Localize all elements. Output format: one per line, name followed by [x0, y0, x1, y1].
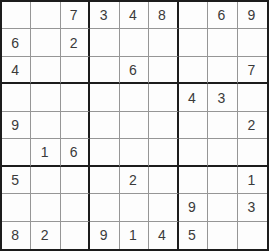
sudoku-cell[interactable]: 6: [208, 2, 237, 29]
sudoku-cell[interactable]: [208, 57, 237, 84]
given-digit: 4: [188, 91, 196, 105]
sudoku-cell[interactable]: 6: [120, 57, 149, 84]
given-digit: 1: [41, 145, 49, 159]
sudoku-cell[interactable]: [208, 112, 237, 139]
sudoku-cell[interactable]: [90, 194, 119, 221]
sudoku-cell[interactable]: [149, 84, 178, 111]
sudoku-cell[interactable]: 2: [31, 222, 60, 249]
sudoku-cell[interactable]: [31, 167, 60, 194]
sudoku-cell[interactable]: [90, 57, 119, 84]
given-digit: 7: [247, 63, 255, 77]
sudoku-cell[interactable]: 3: [238, 194, 267, 221]
sudoku-cell[interactable]: [61, 194, 90, 221]
given-digit: 4: [129, 8, 137, 22]
given-digit: 6: [217, 8, 225, 22]
given-digit: 1: [129, 228, 137, 242]
sudoku-cell[interactable]: [2, 84, 31, 111]
sudoku-cell[interactable]: [179, 112, 208, 139]
given-digit: 2: [129, 173, 137, 187]
sudoku-cell[interactable]: [208, 222, 237, 249]
given-digit: 4: [158, 228, 166, 242]
sudoku-cell[interactable]: [179, 29, 208, 56]
sudoku-cell[interactable]: [31, 84, 60, 111]
sudoku-cell[interactable]: 5: [179, 222, 208, 249]
sudoku-cell[interactable]: [149, 29, 178, 56]
given-digit: 1: [247, 173, 255, 187]
sudoku-cell[interactable]: [31, 112, 60, 139]
sudoku-cell[interactable]: [149, 139, 178, 166]
sudoku-cell[interactable]: 8: [149, 2, 178, 29]
given-digit: 8: [11, 228, 19, 242]
sudoku-cell[interactable]: 2: [61, 29, 90, 56]
sudoku-cell[interactable]: 2: [238, 112, 267, 139]
sudoku-cell[interactable]: [238, 222, 267, 249]
sudoku-cell[interactable]: [208, 167, 237, 194]
sudoku-cell[interactable]: [90, 29, 119, 56]
sudoku-cell[interactable]: 1: [31, 139, 60, 166]
given-digit: 9: [188, 200, 196, 214]
given-digit: 9: [100, 228, 108, 242]
sudoku-cell[interactable]: [61, 167, 90, 194]
sudoku-cell[interactable]: [61, 222, 90, 249]
given-digit: 9: [11, 118, 19, 132]
given-digit: 9: [247, 8, 255, 22]
sudoku-cell[interactable]: [90, 167, 119, 194]
sudoku-cell[interactable]: [149, 112, 178, 139]
sudoku-cell[interactable]: [31, 29, 60, 56]
given-digit: 6: [129, 63, 137, 77]
sudoku-cell[interactable]: 7: [61, 2, 90, 29]
given-digit: 7: [70, 8, 78, 22]
sudoku-cell[interactable]: [61, 84, 90, 111]
sudoku-cell[interactable]: [149, 57, 178, 84]
given-digit: 2: [41, 228, 49, 242]
sudoku-cell[interactable]: 4: [120, 2, 149, 29]
sudoku-cell[interactable]: [238, 84, 267, 111]
sudoku-cell[interactable]: [31, 2, 60, 29]
sudoku-cell[interactable]: [2, 194, 31, 221]
given-digit: 6: [70, 145, 78, 159]
sudoku-cell[interactable]: [120, 112, 149, 139]
sudoku-board: 7348696246743921652193829145: [0, 0, 269, 251]
sudoku-cell[interactable]: 9: [238, 2, 267, 29]
sudoku-cell[interactable]: [90, 112, 119, 139]
sudoku-cell[interactable]: 6: [61, 139, 90, 166]
sudoku-cell[interactable]: [120, 29, 149, 56]
sudoku-cell[interactable]: [208, 29, 237, 56]
given-digit: 6: [11, 36, 19, 50]
sudoku-cell[interactable]: [61, 112, 90, 139]
sudoku-cell[interactable]: 4: [2, 57, 31, 84]
given-digit: 5: [11, 173, 19, 187]
sudoku-cell[interactable]: [238, 139, 267, 166]
sudoku-cell[interactable]: [179, 2, 208, 29]
given-digit: 3: [100, 8, 108, 22]
sudoku-cell[interactable]: 2: [120, 167, 149, 194]
sudoku-cell[interactable]: 7: [238, 57, 267, 84]
given-digit: 5: [188, 228, 196, 242]
sudoku-cell[interactable]: 1: [120, 222, 149, 249]
sudoku-cell[interactable]: [2, 2, 31, 29]
given-digit: 2: [70, 36, 78, 50]
sudoku-cell[interactable]: 9: [2, 112, 31, 139]
sudoku-cell[interactable]: [238, 29, 267, 56]
given-digit: 4: [11, 63, 19, 77]
sudoku-cell[interactable]: [31, 194, 60, 221]
sudoku-cell[interactable]: [120, 194, 149, 221]
sudoku-cell[interactable]: 1: [238, 167, 267, 194]
given-digit: 3: [217, 91, 225, 105]
sudoku-cell[interactable]: [31, 57, 60, 84]
sudoku-cell[interactable]: [120, 84, 149, 111]
sudoku-cell[interactable]: 9: [179, 194, 208, 221]
given-digit: 3: [247, 200, 255, 214]
sudoku-cell[interactable]: [179, 139, 208, 166]
sudoku-cell[interactable]: [61, 57, 90, 84]
sudoku-cell[interactable]: [2, 139, 31, 166]
sudoku-cell[interactable]: [90, 139, 119, 166]
sudoku-cell[interactable]: [208, 139, 237, 166]
sudoku-cell[interactable]: [149, 167, 178, 194]
sudoku-cell[interactable]: [208, 194, 237, 221]
sudoku-cell[interactable]: [149, 194, 178, 221]
sudoku-cell[interactable]: [179, 57, 208, 84]
sudoku-cell[interactable]: [120, 139, 149, 166]
given-digit: 8: [158, 8, 166, 22]
sudoku-cell[interactable]: 3: [90, 2, 119, 29]
sudoku-cell[interactable]: 4: [179, 84, 208, 111]
sudoku-cell[interactable]: 9: [90, 222, 119, 249]
sudoku-cell[interactable]: 8: [2, 222, 31, 249]
given-digit: 2: [247, 118, 255, 132]
sudoku-cell[interactable]: 4: [149, 222, 178, 249]
sudoku-cell[interactable]: 5: [2, 167, 31, 194]
sudoku-cell[interactable]: 6: [2, 29, 31, 56]
sudoku-cell[interactable]: [90, 84, 119, 111]
sudoku-cell[interactable]: 3: [208, 84, 237, 111]
sudoku-cell[interactable]: [179, 167, 208, 194]
